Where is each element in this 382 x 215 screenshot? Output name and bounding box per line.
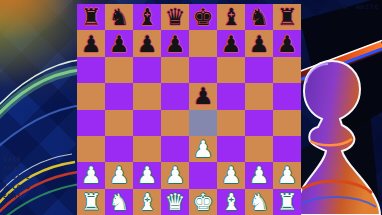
piece-black-queen: ♛ [165, 4, 186, 30]
turn-indicator: WHOSE TURN WHITE [302, 3, 379, 10]
square-b4[interactable] [105, 110, 133, 136]
square-c8[interactable]: ♝ [133, 4, 161, 30]
menu-item-qsave[interactable]: Q SAVE [3, 172, 31, 181]
piece-white-pawn: ♟ [81, 162, 102, 188]
square-c2[interactable]: ♟ [133, 162, 161, 188]
square-h8[interactable]: ♜ [273, 4, 301, 30]
menu-item-save[interactable]: SAVE [3, 163, 31, 172]
square-f6[interactable] [217, 57, 245, 83]
square-c4[interactable] [133, 110, 161, 136]
square-h4[interactable] [273, 110, 301, 136]
square-a6[interactable] [77, 57, 105, 83]
square-b6[interactable] [105, 57, 133, 83]
menu-item-qload[interactable]: Q LOAD [3, 182, 31, 191]
square-d4[interactable] [161, 110, 189, 136]
piece-black-pawn: ♟ [277, 31, 298, 57]
square-h5[interactable] [273, 83, 301, 109]
piece-black-pawn: ♟ [193, 83, 214, 109]
square-h1[interactable]: ♜ [273, 189, 301, 215]
square-e1[interactable]: ♚ [189, 189, 217, 215]
square-d3[interactable] [161, 136, 189, 162]
piece-black-pawn: ♟ [109, 31, 130, 57]
piece-white-pawn: ♟ [221, 162, 242, 188]
square-c3[interactable] [133, 136, 161, 162]
square-g4[interactable] [245, 110, 273, 136]
square-g6[interactable] [245, 57, 273, 83]
square-d7[interactable]: ♟ [161, 30, 189, 56]
piece-white-pawn: ♟ [277, 162, 298, 188]
square-c6[interactable] [133, 57, 161, 83]
square-g1[interactable]: ♞ [245, 189, 273, 215]
square-d2[interactable]: ♟ [161, 162, 189, 188]
square-a5[interactable] [77, 83, 105, 109]
piece-white-rook: ♜ [81, 189, 102, 215]
menu-item-erase[interactable]: ERASE [3, 191, 31, 200]
piece-black-king: ♚ [193, 4, 214, 30]
square-a8[interactable]: ♜ [77, 4, 105, 30]
piece-white-queen: ♛ [165, 189, 186, 215]
square-e3[interactable]: ♟ [189, 136, 217, 162]
square-e8[interactable]: ♚ [189, 4, 217, 30]
square-b3[interactable] [105, 136, 133, 162]
square-g7[interactable]: ♟ [245, 30, 273, 56]
square-c1[interactable]: ♝ [133, 189, 161, 215]
square-a3[interactable] [77, 136, 105, 162]
piece-white-bishop: ♝ [137, 189, 158, 215]
square-f5[interactable] [217, 83, 245, 109]
piece-black-pawn: ♟ [81, 31, 102, 57]
piece-black-pawn: ♟ [221, 31, 242, 57]
square-e6[interactable] [189, 57, 217, 83]
square-b8[interactable]: ♞ [105, 4, 133, 30]
square-a4[interactable] [77, 110, 105, 136]
square-h7[interactable]: ♟ [273, 30, 301, 56]
piece-white-rook: ♜ [277, 189, 298, 215]
square-f3[interactable] [217, 136, 245, 162]
piece-white-king: ♚ [193, 189, 214, 215]
chess-board: ♜♞♝♛♚♝♞♜♟♟♟♟♟♟♟♟♟♟♟♟♟♟♟♟♜♞♝♛♚♝♞♜ [77, 4, 301, 215]
square-a1[interactable]: ♜ [77, 189, 105, 215]
square-h2[interactable]: ♟ [273, 162, 301, 188]
piece-white-pawn: ♟ [165, 162, 186, 188]
square-f2[interactable]: ♟ [217, 162, 245, 188]
piece-white-pawn: ♟ [193, 136, 214, 162]
square-e7[interactable] [189, 30, 217, 56]
square-a7[interactable]: ♟ [77, 30, 105, 56]
game-screen: ♜♞♝♛♚♝♞♜♟♟♟♟♟♟♟♟♟♟♟♟♟♟♟♟♜♞♝♛♚♝♞♜ WHOSE T… [0, 0, 382, 215]
square-g5[interactable] [245, 83, 273, 109]
square-e2[interactable] [189, 162, 217, 188]
piece-black-knight: ♞ [249, 4, 270, 30]
piece-white-knight: ♞ [109, 189, 130, 215]
square-g8[interactable]: ♞ [245, 4, 273, 30]
square-e5[interactable]: ♟ [189, 83, 217, 109]
square-d5[interactable] [161, 83, 189, 109]
square-h3[interactable] [273, 136, 301, 162]
piece-black-pawn: ♟ [137, 31, 158, 57]
piece-black-rook: ♜ [277, 4, 298, 30]
game-menu: BACK SAVE Q SAVE Q LOAD ERASE [3, 154, 31, 200]
turn-value: WHITE [356, 3, 379, 10]
square-d6[interactable] [161, 57, 189, 83]
square-c7[interactable]: ♟ [133, 30, 161, 56]
piece-black-knight: ♞ [109, 4, 130, 30]
square-d8[interactable]: ♛ [161, 4, 189, 30]
square-b7[interactable]: ♟ [105, 30, 133, 56]
turn-label: WHOSE TURN [302, 3, 348, 10]
square-c5[interactable] [133, 83, 161, 109]
piece-black-bishop: ♝ [137, 4, 158, 30]
menu-item-back[interactable]: BACK [3, 154, 31, 163]
piece-black-bishop: ♝ [221, 4, 242, 30]
square-f4[interactable] [217, 110, 245, 136]
piece-white-bishop: ♝ [221, 189, 242, 215]
piece-black-pawn: ♟ [249, 31, 270, 57]
square-e4[interactable] [189, 110, 217, 136]
square-f8[interactable]: ♝ [217, 4, 245, 30]
square-b2[interactable]: ♟ [105, 162, 133, 188]
piece-white-pawn: ♟ [137, 162, 158, 188]
piece-white-pawn: ♟ [249, 162, 270, 188]
square-a2[interactable]: ♟ [77, 162, 105, 188]
square-h6[interactable] [273, 57, 301, 83]
piece-white-knight: ♞ [249, 189, 270, 215]
square-f7[interactable]: ♟ [217, 30, 245, 56]
square-f1[interactable]: ♝ [217, 189, 245, 215]
square-d1[interactable]: ♛ [161, 189, 189, 215]
square-b5[interactable] [105, 83, 133, 109]
piece-black-rook: ♜ [81, 4, 102, 30]
piece-white-pawn: ♟ [109, 162, 130, 188]
square-g3[interactable] [245, 136, 273, 162]
square-g2[interactable]: ♟ [245, 162, 273, 188]
piece-black-pawn: ♟ [165, 31, 186, 57]
square-b1[interactable]: ♞ [105, 189, 133, 215]
